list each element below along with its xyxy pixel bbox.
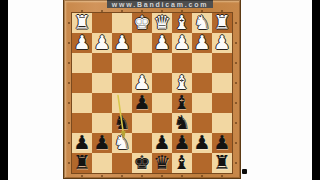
coordinate-tick: [68, 162, 70, 164]
black-rook-h8[interactable]: ♜: [72, 152, 92, 173]
coordinate-tick: [141, 175, 143, 177]
square-a2[interactable]: ♟: [212, 33, 232, 53]
square-h8[interactable]: ♜: [72, 153, 92, 173]
square-f5[interactable]: [112, 93, 132, 113]
square-f2[interactable]: ♟: [112, 33, 132, 53]
black-queen-d8[interactable]: ♛: [152, 152, 172, 173]
coordinate-tick: [201, 10, 203, 12]
square-a7[interactable]: ♟: [212, 133, 232, 153]
square-b3[interactable]: [192, 53, 212, 73]
square-e3[interactable]: [132, 53, 152, 73]
white-pawn-c2[interactable]: ♟: [172, 32, 192, 53]
letterbox-left: [0, 0, 8, 180]
white-knight-f7[interactable]: ♞: [112, 132, 132, 153]
square-b8[interactable]: [192, 153, 212, 173]
coordinate-tick: [68, 122, 70, 124]
black-knight-c6[interactable]: ♞: [172, 112, 192, 133]
coordinate-tick: [235, 122, 237, 124]
black-rook-a8[interactable]: ♜: [212, 152, 232, 173]
square-c1[interactable]: ♝: [172, 13, 192, 33]
square-h5[interactable]: [72, 93, 92, 113]
black-pawn-h7[interactable]: ♟: [72, 132, 92, 153]
white-pawn-b2[interactable]: ♟: [192, 32, 212, 53]
coordinate-tick: [161, 175, 163, 177]
white-rook-a1[interactable]: ♜: [212, 12, 232, 33]
white-bishop-c4[interactable]: ♝: [172, 72, 192, 93]
square-h2[interactable]: ♟: [72, 33, 92, 53]
square-c8[interactable]: ♝: [172, 153, 192, 173]
chessboard-frame: ♜♚♛♝♞♜♟♟♟♟♟♟♟♟♝♟♝♞♞♟♟♞♟♟♟♟♜♚♛♝♜: [64, 0, 240, 178]
black-pawn-d7[interactable]: ♟: [152, 132, 172, 153]
coordinate-tick: [235, 102, 237, 104]
square-g8[interactable]: [92, 153, 112, 173]
coordinate-tick: [235, 82, 237, 84]
black-pawn-b7[interactable]: ♟: [192, 132, 212, 153]
square-a4[interactable]: [212, 73, 232, 93]
square-e7[interactable]: [132, 133, 152, 153]
square-h6[interactable]: [72, 113, 92, 133]
square-f1[interactable]: [112, 13, 132, 33]
white-pawn-f2[interactable]: ♟: [112, 32, 132, 53]
square-c7[interactable]: ♟: [172, 133, 192, 153]
white-knight-b1[interactable]: ♞: [192, 12, 212, 33]
square-g5[interactable]: [92, 93, 112, 113]
square-b2[interactable]: ♟: [192, 33, 212, 53]
square-h7[interactable]: ♟: [72, 133, 92, 153]
cursor-dot: [242, 169, 247, 174]
coordinate-tick: [235, 22, 237, 24]
square-f8[interactable]: [112, 153, 132, 173]
coordinate-tick: [235, 42, 237, 44]
coordinate-tick: [68, 22, 70, 24]
square-d8[interactable]: ♛: [152, 153, 172, 173]
square-a8[interactable]: ♜: [212, 153, 232, 173]
square-d6[interactable]: [152, 113, 172, 133]
square-e2[interactable]: [132, 33, 152, 53]
square-e8[interactable]: ♚: [132, 153, 152, 173]
square-c2[interactable]: ♟: [172, 33, 192, 53]
black-pawn-c7[interactable]: ♟: [172, 132, 192, 153]
square-h3[interactable]: [72, 53, 92, 73]
square-b5[interactable]: [192, 93, 212, 113]
coordinate-tick: [81, 10, 83, 12]
black-pawn-e5[interactable]: ♟: [132, 92, 152, 113]
square-f4[interactable]: [112, 73, 132, 93]
square-g3[interactable]: [92, 53, 112, 73]
coordinate-tick: [235, 162, 237, 164]
black-pawn-g7[interactable]: ♟: [92, 132, 112, 153]
square-g2[interactable]: ♟: [92, 33, 112, 53]
coordinate-tick: [101, 10, 103, 12]
coordinate-tick: [221, 175, 223, 177]
coordinate-tick: [235, 142, 237, 144]
white-rook-h1[interactable]: ♜: [72, 12, 92, 33]
square-g6[interactable]: [92, 113, 112, 133]
coordinate-tick: [235, 62, 237, 64]
coordinate-tick: [68, 102, 70, 104]
square-c4[interactable]: ♝: [172, 73, 192, 93]
black-knight-f6[interactable]: ♞: [112, 112, 132, 133]
white-bishop-c1[interactable]: ♝: [172, 12, 192, 33]
square-a3[interactable]: [212, 53, 232, 73]
coordinate-tick: [121, 10, 123, 12]
square-g7[interactable]: ♟: [92, 133, 112, 153]
coordinate-tick: [101, 175, 103, 177]
coordinate-tick: [201, 175, 203, 177]
white-pawn-e4[interactable]: ♟: [132, 72, 152, 93]
white-pawn-h2[interactable]: ♟: [72, 32, 92, 53]
square-d2[interactable]: ♟: [152, 33, 172, 53]
letterbox-right: [312, 0, 320, 180]
black-bishop-c8[interactable]: ♝: [172, 152, 192, 173]
square-f7[interactable]: ♞: [112, 133, 132, 153]
black-bishop-c5[interactable]: ♝: [172, 92, 192, 113]
square-a5[interactable]: [212, 93, 232, 113]
coordinate-tick: [161, 10, 163, 12]
coordinate-tick: [221, 10, 223, 12]
white-queen-d1[interactable]: ♛: [152, 12, 172, 33]
coordinate-tick: [68, 82, 70, 84]
coordinate-tick: [181, 175, 183, 177]
white-pawn-d2[interactable]: ♟: [152, 32, 172, 53]
square-c3[interactable]: [172, 53, 192, 73]
square-d3[interactable]: [152, 53, 172, 73]
white-pawn-a2[interactable]: ♟: [212, 32, 232, 53]
coordinate-tick: [68, 42, 70, 44]
square-e4[interactable]: ♟: [132, 73, 152, 93]
square-g4[interactable]: [92, 73, 112, 93]
square-d7[interactable]: ♟: [152, 133, 172, 153]
square-d1[interactable]: ♛: [152, 13, 172, 33]
square-b7[interactable]: ♟: [192, 133, 212, 153]
black-king-e8[interactable]: ♚: [132, 152, 152, 173]
square-f6[interactable]: ♞: [112, 113, 132, 133]
white-pawn-g2[interactable]: ♟: [92, 32, 112, 53]
square-e1[interactable]: ♚: [132, 13, 152, 33]
coordinate-tick: [81, 175, 83, 177]
square-g1[interactable]: [92, 13, 112, 33]
board-squares[interactable]: ♜♚♛♝♞♜♟♟♟♟♟♟♟♟♝♟♝♞♞♟♟♞♟♟♟♟♜♚♛♝♜: [72, 13, 232, 173]
square-d4[interactable]: [152, 73, 172, 93]
white-king-e1[interactable]: ♚: [132, 12, 152, 33]
square-a1[interactable]: ♜: [212, 13, 232, 33]
coordinate-tick: [181, 10, 183, 12]
square-d5[interactable]: [152, 93, 172, 113]
square-c5[interactable]: ♝: [172, 93, 192, 113]
coordinate-tick: [141, 10, 143, 12]
square-e5[interactable]: ♟: [132, 93, 152, 113]
square-f3[interactable]: [112, 53, 132, 73]
coordinate-tick: [121, 175, 123, 177]
bandicam-watermark: www.Bandicam.com: [107, 0, 213, 8]
square-b4[interactable]: [192, 73, 212, 93]
coordinate-tick: [68, 62, 70, 64]
square-e6[interactable]: [132, 113, 152, 133]
square-h4[interactable]: [72, 73, 92, 93]
square-c6[interactable]: ♞: [172, 113, 192, 133]
coordinate-tick: [68, 142, 70, 144]
video-frame: ♜♚♛♝♞♜♟♟♟♟♟♟♟♟♝♟♝♞♞♟♟♞♟♟♟♟♜♚♛♝♜ www.Band…: [0, 0, 320, 180]
square-b6[interactable]: [192, 113, 212, 133]
square-h1[interactable]: ♜: [72, 13, 92, 33]
black-pawn-a7[interactable]: ♟: [212, 132, 232, 153]
square-b1[interactable]: ♞: [192, 13, 212, 33]
square-a6[interactable]: [212, 113, 232, 133]
